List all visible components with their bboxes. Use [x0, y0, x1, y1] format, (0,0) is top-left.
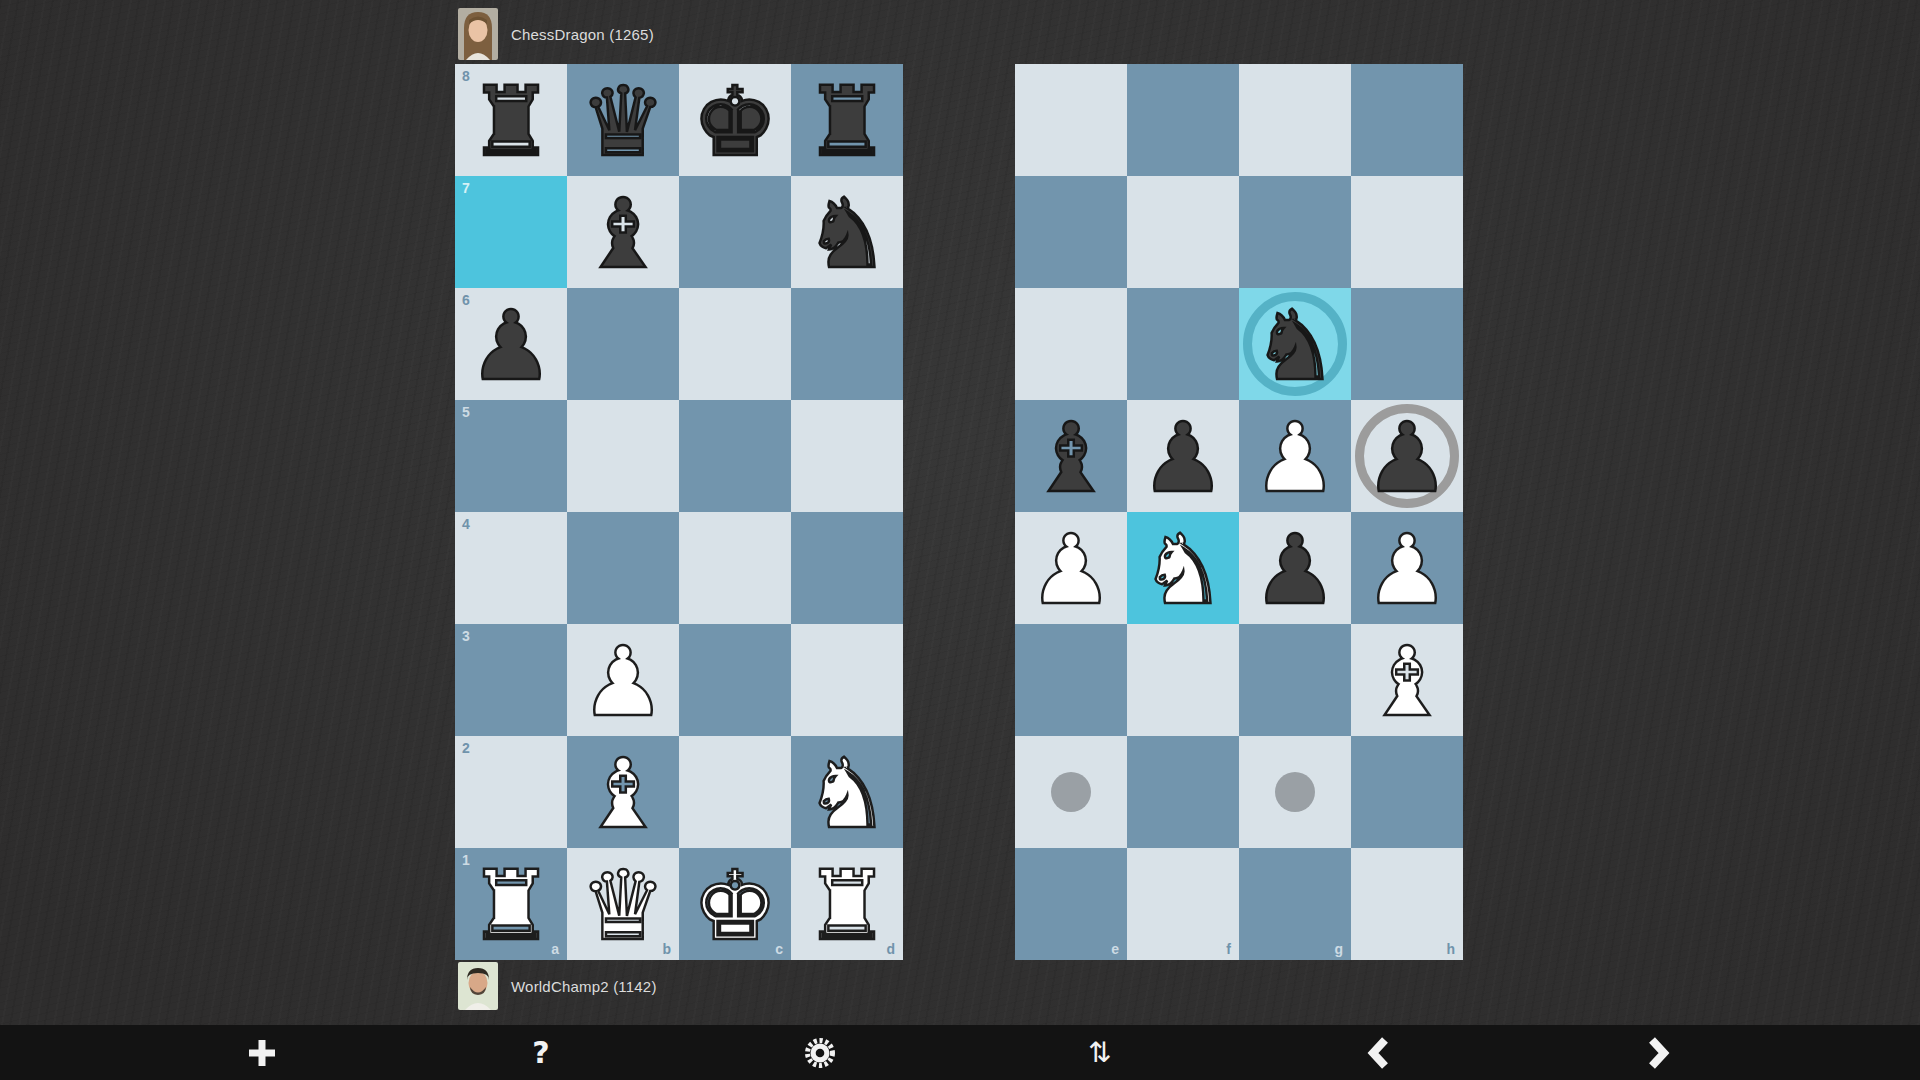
piece-black-pawn: ♟: [1252, 522, 1338, 618]
piece-black-knight: ♞: [804, 186, 890, 282]
piece-black-bishop: ♝: [580, 186, 666, 282]
square-d6[interactable]: [791, 288, 903, 400]
piece-black-rook: ♜: [804, 74, 890, 170]
square-g2[interactable]: [1239, 736, 1351, 848]
square-b7[interactable]: ♝: [567, 176, 679, 288]
bottom-toolbar: ? ⇅: [0, 1025, 1920, 1080]
square-e5[interactable]: ♝: [1015, 400, 1127, 512]
board-left-files-a-d: 8♜♛♚♜7♝♞6♟543♟2♝♞1a♜b♛c♚d♜: [455, 64, 903, 960]
avatar-bottom: [458, 962, 498, 1010]
file-label-g: g: [1334, 942, 1343, 956]
square-b5[interactable]: [567, 400, 679, 512]
square-e4[interactable]: ♟: [1015, 512, 1127, 624]
piece-black-pawn: ♟: [468, 298, 554, 394]
piece-white-king: ♚: [692, 858, 778, 954]
rank-label-4: 4: [462, 517, 470, 531]
square-b6[interactable]: [567, 288, 679, 400]
player-name-top: ChessDragon (1265): [511, 26, 654, 43]
help-button[interactable]: ?: [401, 1025, 680, 1080]
avatar-top: [458, 8, 498, 60]
rank-label-7: 7: [462, 181, 470, 195]
square-a8[interactable]: 8♜: [455, 64, 567, 176]
square-f2[interactable]: [1127, 736, 1239, 848]
add-button[interactable]: [122, 1025, 401, 1080]
square-c7[interactable]: [679, 176, 791, 288]
move-hint-dot: [1275, 772, 1315, 812]
square-d2[interactable]: ♞: [791, 736, 903, 848]
square-b3[interactable]: ♟: [567, 624, 679, 736]
square-h7[interactable]: [1351, 176, 1463, 288]
square-g1[interactable]: g: [1239, 848, 1351, 960]
square-e2[interactable]: [1015, 736, 1127, 848]
up-down-arrows-icon: ⇅: [1088, 1039, 1111, 1067]
square-g7[interactable]: [1239, 176, 1351, 288]
plus-icon: [246, 1037, 278, 1069]
file-label-e: e: [1111, 942, 1119, 956]
square-b2[interactable]: ♝: [567, 736, 679, 848]
square-h3[interactable]: ♝: [1351, 624, 1463, 736]
player-name-bottom: WorldChamp2 (1142): [511, 978, 657, 995]
square-g5[interactable]: ♟: [1239, 400, 1351, 512]
chevron-left-icon: [1364, 1037, 1394, 1069]
square-b4[interactable]: [567, 512, 679, 624]
player-row-top: ChessDragon (1265): [458, 8, 654, 60]
piece-white-rook: ♜: [468, 858, 554, 954]
square-f5[interactable]: ♟: [1127, 400, 1239, 512]
piece-white-bishop: ♝: [1364, 634, 1450, 730]
forward-button[interactable]: [1519, 1025, 1798, 1080]
square-c6[interactable]: [679, 288, 791, 400]
piece-white-pawn: ♟: [1364, 522, 1450, 618]
square-d3[interactable]: [791, 624, 903, 736]
square-c2[interactable]: [679, 736, 791, 848]
piece-white-bishop: ♝: [580, 746, 666, 842]
flip-board-button[interactable]: ⇅: [960, 1025, 1239, 1080]
piece-white-pawn: ♟: [1028, 522, 1114, 618]
back-button[interactable]: [1239, 1025, 1518, 1080]
square-a4[interactable]: 4: [455, 512, 567, 624]
square-c4[interactable]: [679, 512, 791, 624]
square-d1[interactable]: d♜: [791, 848, 903, 960]
square-e7[interactable]: [1015, 176, 1127, 288]
piece-black-pawn: ♟: [1364, 410, 1450, 506]
piece-black-bishop: ♝: [1028, 410, 1114, 506]
square-b1[interactable]: b♛: [567, 848, 679, 960]
piece-white-rook: ♜: [804, 858, 890, 954]
square-h2[interactable]: [1351, 736, 1463, 848]
piece-black-rook: ♜: [468, 74, 554, 170]
square-a7[interactable]: 7: [455, 176, 567, 288]
square-d8[interactable]: ♜: [791, 64, 903, 176]
square-e1[interactable]: e: [1015, 848, 1127, 960]
settings-button[interactable]: [681, 1025, 960, 1080]
avatar-top-image: [458, 8, 498, 60]
square-a3[interactable]: 3: [455, 624, 567, 736]
square-f8[interactable]: [1127, 64, 1239, 176]
square-e6[interactable]: [1015, 288, 1127, 400]
square-h4[interactable]: ♟: [1351, 512, 1463, 624]
square-h5[interactable]: ♟: [1351, 400, 1463, 512]
rank-label-2: 2: [462, 741, 470, 755]
square-h6[interactable]: [1351, 288, 1463, 400]
file-label-h: h: [1446, 942, 1455, 956]
square-d7[interactable]: ♞: [791, 176, 903, 288]
player-row-bottom: WorldChamp2 (1142): [458, 962, 657, 1010]
square-f3[interactable]: [1127, 624, 1239, 736]
square-e8[interactable]: [1015, 64, 1127, 176]
square-g8[interactable]: [1239, 64, 1351, 176]
square-c8[interactable]: ♚: [679, 64, 791, 176]
piece-white-knight: ♞: [804, 746, 890, 842]
square-d4[interactable]: [791, 512, 903, 624]
square-f7[interactable]: [1127, 176, 1239, 288]
piece-white-pawn: ♟: [580, 634, 666, 730]
square-a2[interactable]: 2: [455, 736, 567, 848]
avatar-bottom-image: [458, 962, 498, 1010]
question-icon: ?: [532, 1038, 549, 1068]
move-hint-dot: [1051, 772, 1091, 812]
square-h8[interactable]: [1351, 64, 1463, 176]
square-a6[interactable]: 6♟: [455, 288, 567, 400]
gear-icon: [803, 1036, 837, 1070]
square-a5[interactable]: 5: [455, 400, 567, 512]
piece-black-pawn: ♟: [1140, 410, 1226, 506]
square-b8[interactable]: ♛: [567, 64, 679, 176]
chevron-right-icon: [1643, 1037, 1673, 1069]
square-g6[interactable]: ♞: [1239, 288, 1351, 400]
square-c5[interactable]: [679, 400, 791, 512]
piece-white-pawn: ♟: [1252, 410, 1338, 506]
square-f4[interactable]: ♞: [1127, 512, 1239, 624]
piece-black-knight: ♞: [1252, 298, 1338, 394]
square-a1[interactable]: 1a♜: [455, 848, 567, 960]
piece-white-queen: ♛: [580, 858, 666, 954]
square-g3[interactable]: [1239, 624, 1351, 736]
rank-label-3: 3: [462, 629, 470, 643]
piece-black-king: ♚: [692, 74, 778, 170]
rank-label-5: 5: [462, 405, 470, 419]
piece-white-knight: ♞: [1140, 522, 1226, 618]
board-right-files-e-h: ♞♝♟♟♟♟♞♟♟♝efgh: [1015, 64, 1463, 960]
square-e3[interactable]: [1015, 624, 1127, 736]
square-f1[interactable]: f: [1127, 848, 1239, 960]
piece-black-queen: ♛: [580, 74, 666, 170]
square-c1[interactable]: c♚: [679, 848, 791, 960]
square-f6[interactable]: [1127, 288, 1239, 400]
square-c3[interactable]: [679, 624, 791, 736]
file-label-f: f: [1226, 942, 1231, 956]
square-d5[interactable]: [791, 400, 903, 512]
square-h1[interactable]: h: [1351, 848, 1463, 960]
square-g4[interactable]: ♟: [1239, 512, 1351, 624]
